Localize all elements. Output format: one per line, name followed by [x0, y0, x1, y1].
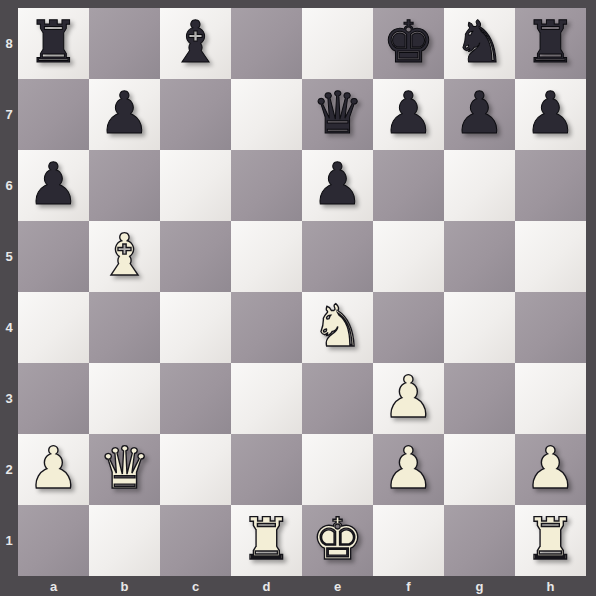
- piece-black-rook[interactable]: ♜: [28, 13, 80, 71]
- rank-label-7: 7: [0, 79, 18, 150]
- square-c2[interactable]: [160, 434, 231, 505]
- square-d4[interactable]: [231, 292, 302, 363]
- square-a6[interactable]: ♟: [18, 150, 89, 221]
- square-e4[interactable]: ♞: [302, 292, 373, 363]
- piece-white-pawn[interactable]: ♟: [383, 368, 435, 426]
- square-f8[interactable]: ♚: [373, 8, 444, 79]
- rank-label-6: 6: [0, 150, 18, 221]
- square-c6[interactable]: [160, 150, 231, 221]
- piece-black-pawn[interactable]: ♟: [383, 84, 435, 142]
- square-f5[interactable]: [373, 221, 444, 292]
- rank-label-8: 8: [0, 8, 18, 79]
- square-f7[interactable]: ♟: [373, 79, 444, 150]
- piece-white-queen[interactable]: ♛: [99, 439, 151, 497]
- file-label-b: b: [89, 576, 160, 596]
- square-b1[interactable]: [89, 505, 160, 576]
- square-f2[interactable]: ♟: [373, 434, 444, 505]
- rank-label-3: 3: [0, 363, 18, 434]
- square-h4[interactable]: [515, 292, 586, 363]
- square-a2[interactable]: ♟: [18, 434, 89, 505]
- file-label-f: f: [373, 576, 444, 596]
- rank-labels: 87654321: [0, 8, 18, 576]
- square-h2[interactable]: ♟: [515, 434, 586, 505]
- square-f3[interactable]: ♟: [373, 363, 444, 434]
- square-g2[interactable]: [444, 434, 515, 505]
- square-a5[interactable]: [18, 221, 89, 292]
- square-h5[interactable]: [515, 221, 586, 292]
- square-d2[interactable]: [231, 434, 302, 505]
- rank-label-4: 4: [0, 292, 18, 363]
- square-c5[interactable]: [160, 221, 231, 292]
- piece-white-pawn[interactable]: ♟: [383, 439, 435, 497]
- square-a4[interactable]: [18, 292, 89, 363]
- rank-label-1: 1: [0, 505, 18, 576]
- square-a7[interactable]: [18, 79, 89, 150]
- piece-white-rook[interactable]: ♜: [241, 510, 293, 568]
- square-e7[interactable]: ♛: [302, 79, 373, 150]
- file-label-a: a: [18, 576, 89, 596]
- square-g8[interactable]: ♞: [444, 8, 515, 79]
- square-a3[interactable]: [18, 363, 89, 434]
- piece-black-king[interactable]: ♚: [383, 13, 435, 71]
- file-label-h: h: [515, 576, 586, 596]
- piece-white-pawn[interactable]: ♟: [28, 439, 80, 497]
- square-f4[interactable]: [373, 292, 444, 363]
- square-c3[interactable]: [160, 363, 231, 434]
- square-h7[interactable]: ♟: [515, 79, 586, 150]
- piece-black-knight[interactable]: ♞: [454, 13, 506, 71]
- rank-label-2: 2: [0, 434, 18, 505]
- square-f6[interactable]: [373, 150, 444, 221]
- square-a8[interactable]: ♜: [18, 8, 89, 79]
- square-c8[interactable]: ♝: [160, 8, 231, 79]
- piece-white-pawn[interactable]: ♟: [525, 439, 577, 497]
- piece-white-king[interactable]: ♚: [312, 510, 364, 568]
- square-e3[interactable]: [302, 363, 373, 434]
- square-e5[interactable]: [302, 221, 373, 292]
- square-e2[interactable]: [302, 434, 373, 505]
- square-b7[interactable]: ♟: [89, 79, 160, 150]
- square-d8[interactable]: [231, 8, 302, 79]
- square-g7[interactable]: ♟: [444, 79, 515, 150]
- piece-black-bishop[interactable]: ♝: [170, 13, 222, 71]
- piece-black-pawn[interactable]: ♟: [28, 155, 80, 213]
- square-c7[interactable]: [160, 79, 231, 150]
- file-label-d: d: [231, 576, 302, 596]
- square-f1[interactable]: [373, 505, 444, 576]
- rank-label-5: 5: [0, 221, 18, 292]
- square-g4[interactable]: [444, 292, 515, 363]
- square-e8[interactable]: [302, 8, 373, 79]
- square-a1[interactable]: [18, 505, 89, 576]
- square-h3[interactable]: [515, 363, 586, 434]
- square-d6[interactable]: [231, 150, 302, 221]
- file-labels: abcdefgh: [18, 576, 586, 596]
- piece-black-rook[interactable]: ♜: [525, 13, 577, 71]
- square-b8[interactable]: [89, 8, 160, 79]
- file-label-g: g: [444, 576, 515, 596]
- square-b4[interactable]: [89, 292, 160, 363]
- square-d1[interactable]: ♜: [231, 505, 302, 576]
- piece-black-pawn[interactable]: ♟: [312, 155, 364, 213]
- square-h1[interactable]: ♜: [515, 505, 586, 576]
- square-g3[interactable]: [444, 363, 515, 434]
- piece-white-knight[interactable]: ♞: [312, 297, 364, 355]
- square-e1[interactable]: ♚: [302, 505, 373, 576]
- square-b3[interactable]: [89, 363, 160, 434]
- square-b5[interactable]: ♝: [89, 221, 160, 292]
- file-label-c: c: [160, 576, 231, 596]
- square-e6[interactable]: ♟: [302, 150, 373, 221]
- piece-black-pawn[interactable]: ♟: [99, 84, 151, 142]
- square-g5[interactable]: [444, 221, 515, 292]
- piece-white-bishop[interactable]: ♝: [99, 226, 151, 284]
- square-c4[interactable]: [160, 292, 231, 363]
- square-h6[interactable]: [515, 150, 586, 221]
- piece-white-rook[interactable]: ♜: [525, 510, 577, 568]
- chessboard-frame: 87654321 ♜♝♚♞♜♟♛♟♟♟♟♟♝♞♟♟♛♟♟♜♚♜ abcdefgh: [0, 0, 596, 596]
- piece-black-pawn[interactable]: ♟: [454, 84, 506, 142]
- square-g1[interactable]: [444, 505, 515, 576]
- chessboard[interactable]: ♜♝♚♞♜♟♛♟♟♟♟♟♝♞♟♟♛♟♟♜♚♜: [18, 8, 586, 576]
- square-b6[interactable]: [89, 150, 160, 221]
- square-d5[interactable]: [231, 221, 302, 292]
- square-b2[interactable]: ♛: [89, 434, 160, 505]
- square-c1[interactable]: [160, 505, 231, 576]
- square-g6[interactable]: [444, 150, 515, 221]
- square-d7[interactable]: [231, 79, 302, 150]
- square-h8[interactable]: ♜: [515, 8, 586, 79]
- piece-black-pawn[interactable]: ♟: [525, 84, 577, 142]
- piece-black-queen[interactable]: ♛: [312, 84, 364, 142]
- square-d3[interactable]: [231, 363, 302, 434]
- file-label-e: e: [302, 576, 373, 596]
